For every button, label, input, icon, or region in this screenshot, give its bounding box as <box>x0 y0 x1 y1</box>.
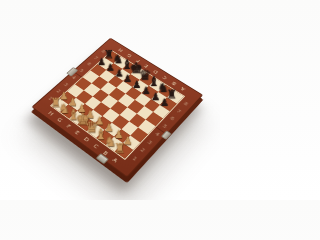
file-label: A <box>112 157 119 164</box>
rank-label: 6 <box>86 62 92 67</box>
file-label: E <box>74 130 81 136</box>
rank-label: 2 <box>139 147 146 153</box>
file-label: C <box>92 143 99 149</box>
file-label: A <box>180 86 186 91</box>
rank-label: 5 <box>78 68 84 73</box>
file-label: H <box>47 110 54 116</box>
white-rook[interactable]: ♜ <box>114 142 127 155</box>
file-label: B <box>170 81 176 86</box>
rank-label: 4 <box>154 131 161 137</box>
rank-label: 5 <box>162 123 169 129</box>
rank-label: 7 <box>176 108 182 114</box>
board-frame: H G F E D C B A H G F E D C B A 8 7 <box>31 38 203 178</box>
file-label: D <box>83 136 91 143</box>
rank-label: 3 <box>147 139 154 145</box>
hinge-icon <box>161 130 172 139</box>
rank-label: 8 <box>183 101 189 107</box>
black-pawn[interactable]: ♟ <box>159 98 171 108</box>
rank-label: 6 <box>169 116 176 122</box>
file-label: F <box>65 123 72 129</box>
hinge-icon <box>66 66 78 76</box>
rank-label: 3 <box>63 82 69 87</box>
file-label: G <box>56 117 63 123</box>
rank-label: 4 <box>71 75 77 80</box>
chess-board: H G F E D C B A H G F E D C B A 8 7 <box>31 38 203 178</box>
file-label: B <box>102 150 109 157</box>
product-photo-scene: H G F E D C B A H G F E D C B A 8 7 <box>0 0 220 200</box>
rank-label: 1 <box>131 155 138 161</box>
